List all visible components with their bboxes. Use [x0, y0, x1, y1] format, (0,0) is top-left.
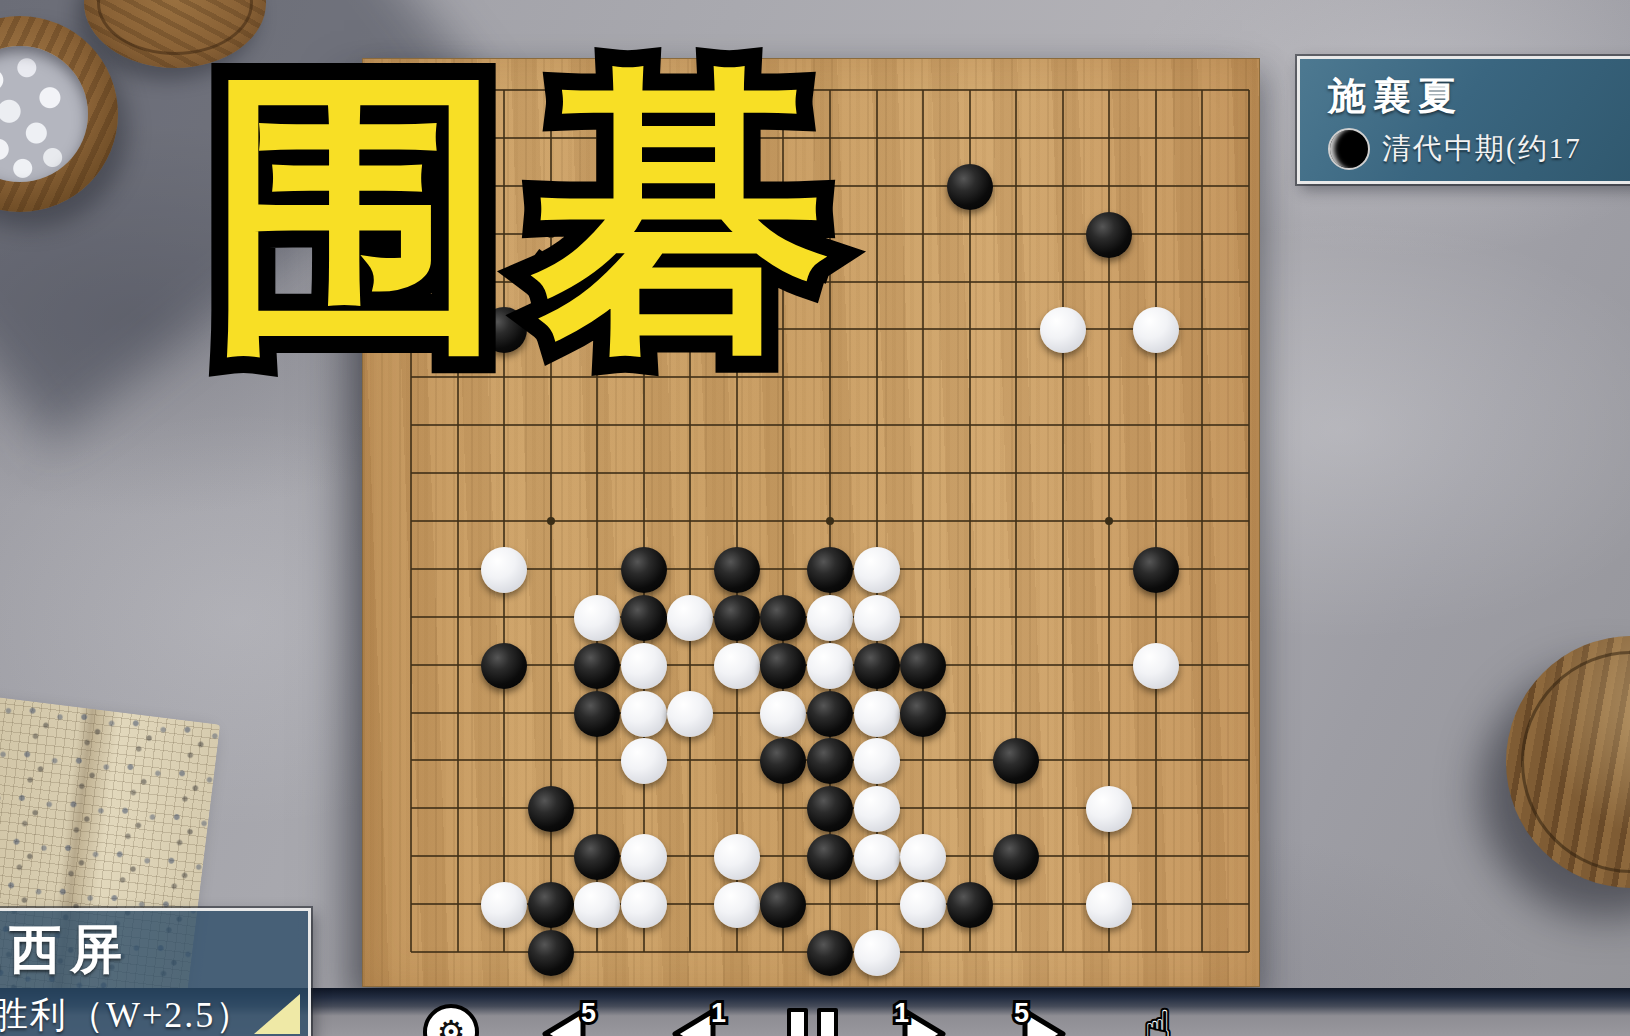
stone-white: [854, 930, 900, 976]
star-point: [1105, 517, 1113, 525]
stone-white: [854, 547, 900, 593]
stone-black: [574, 834, 620, 880]
player-panel-black: 施襄夏 清代中期(约17: [1297, 56, 1630, 184]
grid-line: [969, 90, 971, 952]
stone-black: [621, 595, 667, 641]
forward-1-button[interactable]: 1: [890, 996, 960, 1036]
black-player-name: 施襄夏: [1328, 71, 1630, 122]
stone-white: [714, 643, 760, 689]
stone-black: [900, 643, 946, 689]
back-5-button[interactable]: 5: [530, 996, 600, 1036]
stone-black: [714, 547, 760, 593]
star-point: [826, 517, 834, 525]
stone-black: [760, 882, 806, 928]
stone-white: [714, 834, 760, 880]
stone-black: [1133, 547, 1179, 593]
stone-black: [947, 882, 993, 928]
cursor-mode-button[interactable]: ☝: [1130, 996, 1200, 1036]
settings-button[interactable]: ⚙: [413, 996, 483, 1036]
back-1-label: 1: [711, 998, 726, 1029]
stone-white: [900, 834, 946, 880]
white-player-name: 范西屏: [0, 915, 308, 985]
gear-icon: ⚙: [423, 1004, 479, 1036]
stone-black: [807, 691, 853, 737]
stone-white: [621, 738, 667, 784]
stone-white: [481, 882, 527, 928]
stone-white: [900, 882, 946, 928]
grid-line: [1248, 90, 1250, 952]
stone-black: [760, 595, 806, 641]
forward-5-label: 5: [1014, 998, 1029, 1029]
stone-white: [574, 882, 620, 928]
stone-white: [1133, 307, 1179, 353]
stone-black: [807, 738, 853, 784]
back-5-label: 5: [581, 998, 596, 1029]
stone-black: [714, 595, 760, 641]
white-stones-in-bowl: [0, 46, 88, 182]
pause-button[interactable]: [777, 996, 847, 1036]
stone-white: [854, 786, 900, 832]
stone-white: [574, 595, 620, 641]
stone-black: [807, 930, 853, 976]
stone-white: [1133, 643, 1179, 689]
stone-white: [1086, 786, 1132, 832]
stone-black: [900, 691, 946, 737]
stone-black: [807, 786, 853, 832]
forward-5-button[interactable]: 5: [1010, 996, 1080, 1036]
stone-white: [667, 595, 713, 641]
black-stone-icon: [1328, 128, 1370, 170]
title-overlay: 围碁: [208, 64, 856, 368]
stone-black: [621, 547, 667, 593]
stone-white: [854, 691, 900, 737]
stone-white: [807, 643, 853, 689]
stone-black: [947, 164, 993, 210]
stone-white: [854, 834, 900, 880]
stone-black: [760, 643, 806, 689]
grid-line: [1015, 90, 1017, 952]
stone-black: [993, 738, 1039, 784]
grid-line: [1062, 90, 1064, 952]
stone-black: [993, 834, 1039, 880]
black-player-era: 清代中期(约17: [1382, 129, 1582, 169]
stone-black: [528, 930, 574, 976]
result-expand-triangle[interactable]: [254, 994, 300, 1034]
stone-white: [481, 547, 527, 593]
grid-line: [1155, 90, 1157, 952]
stone-white: [807, 595, 853, 641]
stone-white: [854, 738, 900, 784]
star-point: [547, 517, 555, 525]
stone-black: [528, 786, 574, 832]
stone-black: [1086, 212, 1132, 258]
stone-white: [621, 882, 667, 928]
stone-white: [621, 691, 667, 737]
stone-black: [528, 882, 574, 928]
grid-line: [922, 90, 924, 952]
stone-white: [714, 882, 760, 928]
stone-black: [807, 834, 853, 880]
stone-black: [574, 691, 620, 737]
stone-white: [760, 691, 806, 737]
grid-line: [1201, 90, 1203, 952]
hand-icon: ☝: [1144, 1000, 1172, 1036]
stone-black: [854, 643, 900, 689]
pause-icon: [787, 1008, 838, 1036]
stone-white: [621, 834, 667, 880]
stone-black: [807, 547, 853, 593]
forward-1-label: 1: [894, 998, 909, 1029]
stone-white: [667, 691, 713, 737]
stone-black: [574, 643, 620, 689]
stone-white: [1086, 882, 1132, 928]
stone-black: [481, 643, 527, 689]
back-1-button[interactable]: 1: [660, 996, 730, 1036]
stone-black: [760, 738, 806, 784]
stone-white: [854, 595, 900, 641]
stone-white: [1040, 307, 1086, 353]
stone-white: [621, 643, 667, 689]
